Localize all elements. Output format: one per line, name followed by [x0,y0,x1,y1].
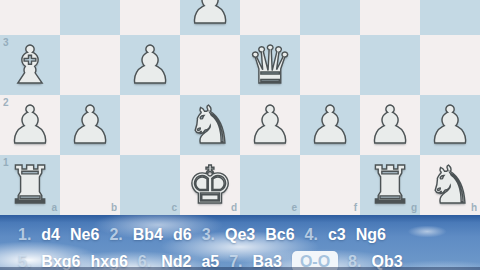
move-Bc6[interactable]: Bc6 [265,226,294,243]
piece-white-bishop-a3[interactable]: ♝ [0,35,60,95]
coord-file-c: c [171,203,177,213]
move-d4[interactable]: d4 [41,226,60,243]
piece-white-rook-g1[interactable]: ♜ [360,155,420,215]
move-list-line-2: 5.Bxg6hxg66.Nd2a57.Ba3O-O8.Qb3 [0,251,403,270]
square-b4[interactable] [60,0,120,35]
square-f4[interactable] [300,0,360,35]
square-e4[interactable] [240,0,300,35]
piece-white-knight-h1[interactable]: ♞ [420,155,480,215]
square-a1[interactable]: 1a♜ [0,155,60,215]
move-Qe3[interactable]: Qe3 [225,226,255,243]
piece-white-pawn-a2[interactable]: ♟ [0,95,60,155]
square-b1[interactable]: b [60,155,120,215]
move-number-5: 5. [18,253,31,270]
move-Bb4[interactable]: Bb4 [133,226,163,243]
square-d4[interactable]: ♟ [180,0,240,35]
square-a3[interactable]: 3♝ [0,35,60,95]
piece-white-pawn-d4[interactable]: ♟ [180,0,240,35]
coord-file-b: b [111,203,117,213]
move-number-1: 1. [18,226,31,243]
piece-white-pawn-e2[interactable]: ♟ [240,95,300,155]
square-c3[interactable]: ♟ [120,35,180,95]
piece-white-pawn-b2[interactable]: ♟ [60,95,120,155]
piece-white-pawn-c3[interactable]: ♟ [120,35,180,95]
chess-board[interactable]: 8♜♝♛♜♚7♟♟♟♟♟6♝♟♞♟5♟4♟3♝♟♛2♟♟♞♟♟♟♟1a♜bcd♚… [0,0,480,215]
move-Ba3[interactable]: Ba3 [253,253,282,270]
board-grid: 8♜♝♛♜♚7♟♟♟♟♟6♝♟♞♟5♟4♟3♝♟♛2♟♟♞♟♟♟♟1a♜bcd♚… [0,0,480,215]
square-h2[interactable]: ♟ [420,95,480,155]
move-hxg6[interactable]: hxg6 [90,253,127,270]
square-e1[interactable]: e [240,155,300,215]
square-h1[interactable]: h♞ [420,155,480,215]
square-d1[interactable]: d♚ [180,155,240,215]
square-b2[interactable]: ♟ [60,95,120,155]
move-d6[interactable]: d6 [173,226,192,243]
square-g3[interactable] [360,35,420,95]
square-a4[interactable]: 4 [0,0,60,35]
move-number-6: 6. [138,253,151,270]
square-e3[interactable]: ♛ [240,35,300,95]
square-g1[interactable]: g♜ [360,155,420,215]
piece-white-queen-e3[interactable]: ♛ [240,35,300,95]
move-Qb3[interactable]: Qb3 [371,253,402,270]
square-d3[interactable] [180,35,240,95]
move-number-3: 3. [202,226,215,243]
square-f2[interactable]: ♟ [300,95,360,155]
piece-white-pawn-h2[interactable]: ♟ [420,95,480,155]
move-number-4: 4. [305,226,318,243]
piece-white-knight-d2[interactable]: ♞ [180,95,240,155]
piece-white-pawn-g2[interactable]: ♟ [360,95,420,155]
coord-file-f: f [354,203,357,213]
move-list-panel[interactable]: 1.d4Ne62.Bb4d63.Qe3Bc64.c3Ng6 5.Bxg6hxg6… [0,215,480,270]
square-f1[interactable]: f [300,155,360,215]
square-h4[interactable] [420,0,480,35]
square-g2[interactable]: ♟ [360,95,420,155]
square-e2[interactable]: ♟ [240,95,300,155]
move-Nd2[interactable]: Nd2 [161,253,191,270]
square-f3[interactable] [300,35,360,95]
move-number-8: 8. [348,253,361,270]
move-number-7: 7. [229,253,242,270]
square-h3[interactable] [420,35,480,95]
move-selected-O-O[interactable]: O-O [292,251,338,270]
move-number-2: 2. [109,226,122,243]
move-Ng6[interactable]: Ng6 [356,226,386,243]
chess-app-screen: 8♜♝♛♜♚7♟♟♟♟♟6♝♟♞♟5♟4♟3♝♟♛2♟♟♞♟♟♟♟1a♜bcd♚… [0,0,480,270]
move-list-line-1: 1.d4Ne62.Bb4d63.Qe3Bc64.c3Ng6 [0,226,386,243]
move-Ne6[interactable]: Ne6 [70,226,99,243]
move-c3[interactable]: c3 [328,226,346,243]
square-a2[interactable]: 2♟ [0,95,60,155]
coord-file-e: e [291,203,297,213]
square-c2[interactable] [120,95,180,155]
square-d2[interactable]: ♞ [180,95,240,155]
piece-white-rook-a1[interactable]: ♜ [0,155,60,215]
square-c4[interactable] [120,0,180,35]
square-b3[interactable] [60,35,120,95]
square-c1[interactable]: c [120,155,180,215]
move-a5[interactable]: a5 [201,253,219,270]
piece-white-pawn-f2[interactable]: ♟ [300,95,360,155]
move-Bxg6[interactable]: Bxg6 [41,253,80,270]
square-g4[interactable] [360,0,420,35]
piece-white-king-d1[interactable]: ♚ [180,155,240,215]
